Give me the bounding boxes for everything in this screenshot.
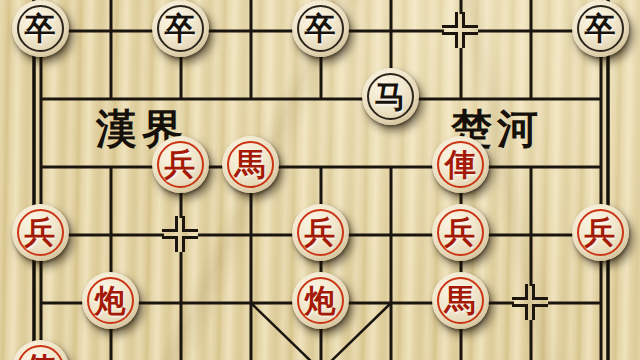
point-marker-corner bbox=[512, 304, 528, 320]
point-marker-corner bbox=[182, 236, 198, 252]
point-marker-corner bbox=[182, 216, 198, 232]
piece-red-horse[interactable]: 馬 bbox=[222, 136, 279, 193]
piece-glyph: 兵 bbox=[572, 204, 629, 261]
piece-glyph: 炮 bbox=[82, 272, 139, 329]
piece-glyph: 马 bbox=[362, 68, 419, 125]
piece-red-chariot[interactable]: 俥 bbox=[432, 136, 489, 193]
point-marker[interactable] bbox=[512, 284, 548, 320]
point-marker-corner bbox=[532, 284, 548, 300]
piece-glyph: 卒 bbox=[152, 0, 209, 57]
point-marker-corner bbox=[532, 304, 548, 320]
piece-red-horse[interactable]: 馬 bbox=[432, 272, 489, 329]
point-marker-corner bbox=[162, 216, 178, 232]
piece-glyph: 炮 bbox=[292, 272, 349, 329]
piece-red-pawn[interactable]: 兵 bbox=[572, 204, 629, 261]
piece-glyph: 兵 bbox=[432, 204, 489, 261]
piece-glyph: 卒 bbox=[292, 0, 349, 57]
piece-glyph: 卒 bbox=[572, 0, 629, 57]
point-marker-corner bbox=[162, 236, 178, 252]
point-marker[interactable] bbox=[162, 216, 198, 252]
piece-glyph: 兵 bbox=[152, 136, 209, 193]
point-marker-corner bbox=[512, 284, 528, 300]
piece-red-pawn[interactable]: 兵 bbox=[432, 204, 489, 261]
piece-red-cannon[interactable]: 炮 bbox=[292, 272, 349, 329]
piece-red-cannon[interactable]: 炮 bbox=[82, 272, 139, 329]
piece-black-horse[interactable]: 马 bbox=[362, 68, 419, 125]
point-marker-corner bbox=[462, 32, 478, 48]
point-marker-corner bbox=[442, 32, 458, 48]
piece-glyph: 兵 bbox=[12, 204, 69, 261]
piece-red-pawn[interactable]: 兵 bbox=[12, 204, 69, 261]
xiangqi-board: 漢界 楚河 卒卒卒卒马兵馬俥兵兵兵兵炮炮馬俥 bbox=[0, 0, 640, 360]
piece-glyph: 俥 bbox=[432, 136, 489, 193]
point-marker-corner bbox=[462, 12, 478, 28]
piece-red-chariot[interactable]: 俥 bbox=[12, 340, 69, 360]
piece-glyph: 馬 bbox=[222, 136, 279, 193]
piece-red-pawn[interactable]: 兵 bbox=[152, 136, 209, 193]
point-marker-corner bbox=[442, 12, 458, 28]
piece-black-pawn[interactable]: 卒 bbox=[292, 0, 349, 57]
piece-glyph: 卒 bbox=[12, 0, 69, 57]
piece-black-pawn[interactable]: 卒 bbox=[152, 0, 209, 57]
piece-glyph: 俥 bbox=[12, 340, 69, 360]
piece-black-pawn[interactable]: 卒 bbox=[12, 0, 69, 57]
point-marker[interactable] bbox=[442, 12, 478, 48]
piece-glyph: 馬 bbox=[432, 272, 489, 329]
piece-red-pawn[interactable]: 兵 bbox=[292, 204, 349, 261]
piece-glyph: 兵 bbox=[292, 204, 349, 261]
board-intersection-grid: 卒卒卒卒马兵馬俥兵兵兵兵炮炮馬俥 bbox=[6, 0, 636, 360]
piece-black-pawn[interactable]: 卒 bbox=[572, 0, 629, 57]
